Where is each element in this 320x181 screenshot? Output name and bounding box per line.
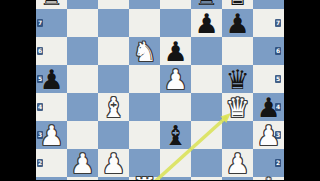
- square-c8[interactable]: [98, 0, 129, 9]
- square-c4[interactable]: ♝: [98, 93, 129, 121]
- square-c2[interactable]: ♟: [98, 149, 129, 177]
- square-d6[interactable]: ♞: [129, 37, 160, 65]
- square-c7[interactable]: [98, 9, 129, 37]
- square-c3[interactable]: [98, 121, 129, 149]
- piece-black-rook-a8[interactable]: ♜: [39, 0, 63, 9]
- piece-white-pawn-c2[interactable]: ♟: [101, 150, 125, 177]
- square-d3[interactable]: [129, 121, 160, 149]
- square-f1[interactable]: [191, 177, 222, 180]
- square-g1[interactable]: [222, 177, 253, 180]
- square-f3[interactable]: [191, 121, 222, 149]
- square-f2[interactable]: [191, 149, 222, 177]
- piece-black-pawn-g7[interactable]: ♟: [225, 10, 249, 37]
- letterbox-left: [0, 0, 36, 180]
- square-e2[interactable]: [160, 149, 191, 177]
- square-b7[interactable]: [67, 9, 98, 37]
- square-g3[interactable]: [222, 121, 253, 149]
- piece-white-pawn-g2[interactable]: ♟: [225, 150, 249, 177]
- square-f6[interactable]: [191, 37, 222, 65]
- piece-white-pawn-b2[interactable]: ♟: [70, 150, 94, 177]
- square-a1[interactable]: [36, 177, 67, 180]
- square-h8[interactable]: [253, 0, 284, 9]
- chess-board: ♜♜♚♟♟♞♟♟♟♛♝♛♟♟♝♟♟♟♟♜♚: [36, 0, 284, 180]
- piece-white-rook-d1[interactable]: ♜: [132, 174, 156, 181]
- rank-label-left-4: 4: [37, 103, 43, 111]
- piece-black-pawn-e6[interactable]: ♟: [163, 38, 187, 65]
- square-e5[interactable]: ♟: [160, 65, 191, 93]
- rank-label-right-7: 7: [275, 19, 281, 27]
- square-d7[interactable]: [129, 9, 160, 37]
- square-d1[interactable]: ♜: [129, 177, 160, 180]
- square-b2[interactable]: ♟: [67, 149, 98, 177]
- square-f7[interactable]: ♟: [191, 9, 222, 37]
- chess-board-screenshot: ♜♜♚♟♟♞♟♟♟♛♝♛♟♟♝♟♟♟♟♜♚ 776655443322: [0, 0, 320, 180]
- piece-black-pawn-a5[interactable]: ♟: [39, 66, 63, 93]
- square-e1[interactable]: [160, 177, 191, 180]
- square-g4[interactable]: ♛: [222, 93, 253, 121]
- square-b6[interactable]: [67, 37, 98, 65]
- square-b5[interactable]: [67, 65, 98, 93]
- square-e7[interactable]: [160, 9, 191, 37]
- piece-white-knight-d6[interactable]: ♞: [132, 38, 156, 65]
- rank-label-left-3: 3: [37, 131, 43, 139]
- piece-white-pawn-e5[interactable]: ♟: [163, 66, 187, 93]
- square-e8[interactable]: [160, 0, 191, 9]
- square-e6[interactable]: ♟: [160, 37, 191, 65]
- rank-label-left-6: 6: [37, 47, 43, 55]
- rank-label-right-5: 5: [275, 75, 281, 83]
- square-e4[interactable]: [160, 93, 191, 121]
- square-b1[interactable]: [67, 177, 98, 180]
- square-g7[interactable]: ♟: [222, 9, 253, 37]
- piece-white-queen-g4[interactable]: ♛: [225, 94, 249, 121]
- rank-label-left-5: 5: [37, 75, 43, 83]
- square-e3[interactable]: ♝: [160, 121, 191, 149]
- rank-label-right-3: 3: [275, 131, 281, 139]
- square-g2[interactable]: ♟: [222, 149, 253, 177]
- piece-white-pawn-a3[interactable]: ♟: [39, 122, 63, 149]
- piece-white-bishop-c4[interactable]: ♝: [101, 94, 125, 121]
- square-h1[interactable]: ♚: [253, 177, 284, 180]
- square-g6[interactable]: [222, 37, 253, 65]
- rank-label-right-6: 6: [275, 47, 281, 55]
- square-c5[interactable]: [98, 65, 129, 93]
- letterbox-right: [284, 0, 320, 180]
- square-b8[interactable]: [67, 0, 98, 9]
- piece-black-queen-g5[interactable]: ♛: [225, 66, 249, 93]
- rank-label-right-2: 2: [275, 159, 281, 167]
- piece-black-bishop-e3[interactable]: ♝: [163, 122, 187, 149]
- square-b4[interactable]: [67, 93, 98, 121]
- square-g5[interactable]: ♛: [222, 65, 253, 93]
- square-f5[interactable]: [191, 65, 222, 93]
- rank-label-left-2: 2: [37, 159, 43, 167]
- square-c6[interactable]: [98, 37, 129, 65]
- square-c1[interactable]: [98, 177, 129, 180]
- square-b3[interactable]: [67, 121, 98, 149]
- rank-label-left-7: 7: [37, 19, 43, 27]
- square-a8[interactable]: ♜: [36, 0, 67, 9]
- square-d5[interactable]: [129, 65, 160, 93]
- rank-label-right-4: 4: [275, 103, 281, 111]
- square-f4[interactable]: [191, 93, 222, 121]
- square-d4[interactable]: [129, 93, 160, 121]
- piece-white-king-h1[interactable]: ♚: [256, 174, 280, 181]
- piece-black-pawn-f7[interactable]: ♟: [194, 10, 218, 37]
- square-d8[interactable]: [129, 0, 160, 9]
